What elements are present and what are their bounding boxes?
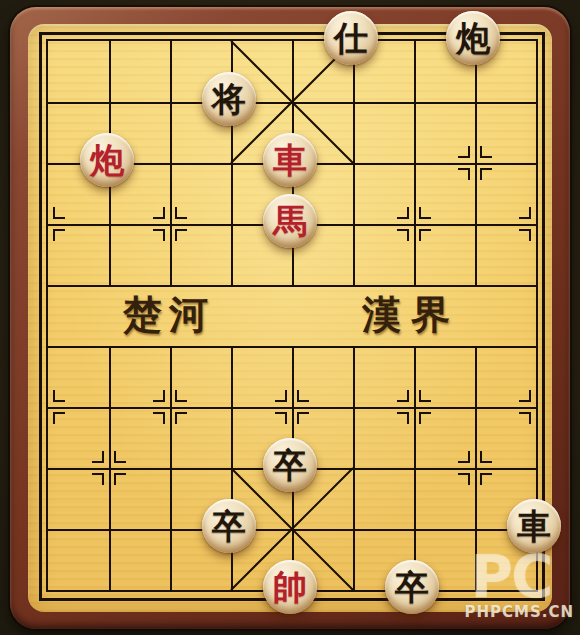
piece-black-chariot[interactable]: 車 [507, 499, 561, 553]
board-face: 楚河 漢界 仕炮将炮車馬卒卒車帥卒 [28, 24, 552, 612]
piece-black-soldier[interactable]: 卒 [202, 499, 256, 553]
pieces-layer: 仕炮将炮車馬卒卒車帥卒 [28, 24, 552, 612]
game-screen: 楚河 漢界 仕炮将炮車馬卒卒車帥卒 PC PHPCMS.CN [0, 0, 580, 635]
piece-black-general[interactable]: 将 [202, 72, 256, 126]
piece-black-advisor[interactable]: 仕 [324, 11, 378, 65]
board-frame: 楚河 漢界 仕炮将炮車馬卒卒車帥卒 [10, 7, 570, 629]
piece-red-horse[interactable]: 馬 [263, 194, 317, 248]
piece-red-chariot[interactable]: 車 [263, 133, 317, 187]
piece-red-cannon[interactable]: 炮 [80, 133, 134, 187]
piece-red-general[interactable]: 帥 [263, 560, 317, 614]
piece-black-cannon[interactable]: 炮 [446, 11, 500, 65]
piece-black-soldier[interactable]: 卒 [263, 438, 317, 492]
piece-black-soldier[interactable]: 卒 [385, 560, 439, 614]
